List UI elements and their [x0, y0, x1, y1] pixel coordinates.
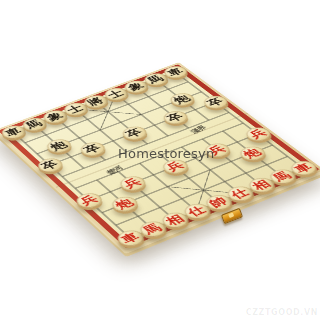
- piece-character: 車: [1, 124, 25, 139]
- piece-character: 卒: [37, 157, 62, 173]
- piece-character: 卒: [121, 125, 147, 140]
- piece-character: 兵: [119, 175, 146, 192]
- corner-watermark: CZZTGOOD.VN: [246, 308, 318, 317]
- piece-character: 炮: [169, 92, 194, 107]
- piece-character: 炮: [46, 138, 71, 154]
- piece-red-cannon[interactable]: 炮: [107, 194, 141, 214]
- piece-character: 兵: [75, 192, 102, 209]
- piece-character: 兵: [244, 126, 271, 142]
- piece-black-cannon[interactable]: 炮: [42, 137, 74, 155]
- piece-black-soldier[interactable]: 卒: [76, 140, 109, 158]
- piece-red-soldier[interactable]: 兵: [241, 125, 275, 143]
- piece-character: 卒: [202, 95, 228, 110]
- piece-red-cannon[interactable]: 炮: [235, 144, 269, 163]
- center-watermark: Homestoresyn: [118, 146, 214, 161]
- piece-black-soldier[interactable]: 卒: [199, 94, 231, 111]
- piece-character: 炮: [238, 145, 265, 161]
- piece-black-soldier[interactable]: 卒: [159, 109, 191, 127]
- piece-black-soldier[interactable]: 卒: [118, 124, 150, 142]
- piece-character: 炮: [111, 195, 138, 212]
- xiangqi-set-photo: 楚河 漢界 車馬象士將士象馬車炮炮卒卒卒卒卒兵兵兵兵兵炮炮車馬相仕帥仕相馬車 H…: [0, 0, 320, 320]
- piece-black-cannon[interactable]: 炮: [166, 91, 198, 108]
- piece-character: 卒: [79, 141, 105, 157]
- piece-character: 卒: [162, 110, 188, 125]
- piece-red-soldier[interactable]: 兵: [115, 174, 149, 193]
- piece-red-soldier[interactable]: 兵: [72, 191, 106, 211]
